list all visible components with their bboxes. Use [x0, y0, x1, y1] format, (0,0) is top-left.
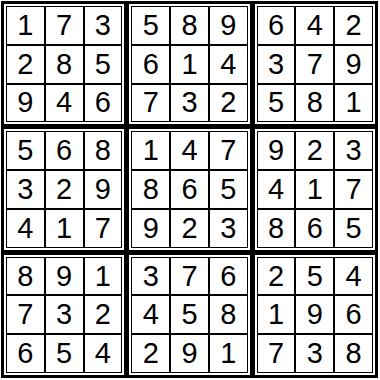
cell-r8c4[interactable]: 4	[131, 295, 170, 334]
cell-r2c6[interactable]: 4	[209, 45, 248, 84]
cell-r8c8[interactable]: 9	[295, 295, 334, 334]
cell-r3c5[interactable]: 3	[170, 84, 209, 123]
cell-r7c9[interactable]: 4	[334, 257, 373, 296]
box-4: 568329417	[4, 129, 124, 249]
cell-r6c6[interactable]: 3	[209, 209, 248, 248]
box-1: 173285946	[4, 4, 124, 124]
cell-r8c7[interactable]: 1	[257, 295, 296, 334]
cell-r1c8[interactable]: 4	[295, 6, 334, 45]
cell-r1c6[interactable]: 9	[209, 6, 248, 45]
cell-r1c9[interactable]: 2	[334, 6, 373, 45]
cell-r2c4[interactable]: 6	[131, 45, 170, 84]
cell-r8c5[interactable]: 5	[170, 295, 209, 334]
cell-r2c8[interactable]: 7	[295, 45, 334, 84]
box-6: 923417865	[255, 129, 375, 249]
cell-r7c4[interactable]: 3	[131, 257, 170, 296]
cell-r9c4[interactable]: 2	[131, 334, 170, 373]
cell-r6c9[interactable]: 5	[334, 209, 373, 248]
box-2: 589614732	[129, 4, 249, 124]
cell-r2c7[interactable]: 3	[257, 45, 296, 84]
cell-r3c8[interactable]: 8	[295, 84, 334, 123]
cell-r6c2[interactable]: 1	[45, 209, 84, 248]
cell-r7c7[interactable]: 2	[257, 257, 296, 296]
cell-r7c5[interactable]: 7	[170, 257, 209, 296]
cell-r8c2[interactable]: 3	[45, 295, 84, 334]
cell-r7c2[interactable]: 9	[45, 257, 84, 296]
cell-r2c5[interactable]: 1	[170, 45, 209, 84]
cell-r1c1[interactable]: 1	[6, 6, 45, 45]
cell-r4c4[interactable]: 1	[131, 131, 170, 170]
cell-r6c3[interactable]: 7	[84, 209, 123, 248]
cell-r2c1[interactable]: 2	[6, 45, 45, 84]
cell-r7c3[interactable]: 1	[84, 257, 123, 296]
cell-r5c4[interactable]: 8	[131, 170, 170, 209]
cell-r1c7[interactable]: 6	[257, 6, 296, 45]
cell-r7c1[interactable]: 8	[6, 257, 45, 296]
sudoku-board: 1732859465896147326423795815683294171478…	[1, 1, 378, 378]
cell-r4c1[interactable]: 5	[6, 131, 45, 170]
sudoku-page: 1732859465896147326423795815683294171478…	[0, 0, 380, 380]
cell-r6c7[interactable]: 8	[257, 209, 296, 248]
cell-r2c2[interactable]: 8	[45, 45, 84, 84]
box-7: 891732654	[4, 255, 124, 375]
cell-r5c2[interactable]: 2	[45, 170, 84, 209]
cell-r3c2[interactable]: 4	[45, 84, 84, 123]
cell-r9c8[interactable]: 3	[295, 334, 334, 373]
box-3: 642379581	[255, 4, 375, 124]
cell-r4c9[interactable]: 3	[334, 131, 373, 170]
cell-r3c7[interactable]: 5	[257, 84, 296, 123]
cell-r9c9[interactable]: 8	[334, 334, 373, 373]
cell-r4c7[interactable]: 9	[257, 131, 296, 170]
cell-r6c1[interactable]: 4	[6, 209, 45, 248]
box-8: 376458291	[129, 255, 249, 375]
cell-r4c2[interactable]: 6	[45, 131, 84, 170]
cell-r1c4[interactable]: 5	[131, 6, 170, 45]
cell-r8c6[interactable]: 8	[209, 295, 248, 334]
cell-r3c6[interactable]: 2	[209, 84, 248, 123]
cell-r3c3[interactable]: 6	[84, 84, 123, 123]
cell-r9c7[interactable]: 7	[257, 334, 296, 373]
cell-r7c8[interactable]: 5	[295, 257, 334, 296]
box-9: 254196738	[255, 255, 375, 375]
cell-r3c4[interactable]: 7	[131, 84, 170, 123]
cell-r9c3[interactable]: 4	[84, 334, 123, 373]
cell-r4c8[interactable]: 2	[295, 131, 334, 170]
cell-r9c1[interactable]: 6	[6, 334, 45, 373]
cell-r4c3[interactable]: 8	[84, 131, 123, 170]
cell-r5c5[interactable]: 6	[170, 170, 209, 209]
cell-r4c6[interactable]: 7	[209, 131, 248, 170]
cell-r5c6[interactable]: 5	[209, 170, 248, 209]
cell-r8c1[interactable]: 7	[6, 295, 45, 334]
cell-r8c9[interactable]: 6	[334, 295, 373, 334]
cell-r6c8[interactable]: 6	[295, 209, 334, 248]
cell-r3c9[interactable]: 1	[334, 84, 373, 123]
cell-r5c8[interactable]: 1	[295, 170, 334, 209]
cell-r5c1[interactable]: 3	[6, 170, 45, 209]
cell-r9c5[interactable]: 9	[170, 334, 209, 373]
cell-r1c3[interactable]: 3	[84, 6, 123, 45]
cell-r5c3[interactable]: 9	[84, 170, 123, 209]
cell-r9c2[interactable]: 5	[45, 334, 84, 373]
cell-r8c3[interactable]: 2	[84, 295, 123, 334]
cell-r5c7[interactable]: 4	[257, 170, 296, 209]
cell-r2c9[interactable]: 9	[334, 45, 373, 84]
cell-r1c2[interactable]: 7	[45, 6, 84, 45]
cell-r6c5[interactable]: 2	[170, 209, 209, 248]
cell-r4c5[interactable]: 4	[170, 131, 209, 170]
cell-r2c3[interactable]: 5	[84, 45, 123, 84]
cell-r7c6[interactable]: 6	[209, 257, 248, 296]
cell-r3c1[interactable]: 9	[6, 84, 45, 123]
cell-r5c9[interactable]: 7	[334, 170, 373, 209]
cell-r6c4[interactable]: 9	[131, 209, 170, 248]
box-5: 147865923	[129, 129, 249, 249]
cell-r9c6[interactable]: 1	[209, 334, 248, 373]
cell-r1c5[interactable]: 8	[170, 6, 209, 45]
